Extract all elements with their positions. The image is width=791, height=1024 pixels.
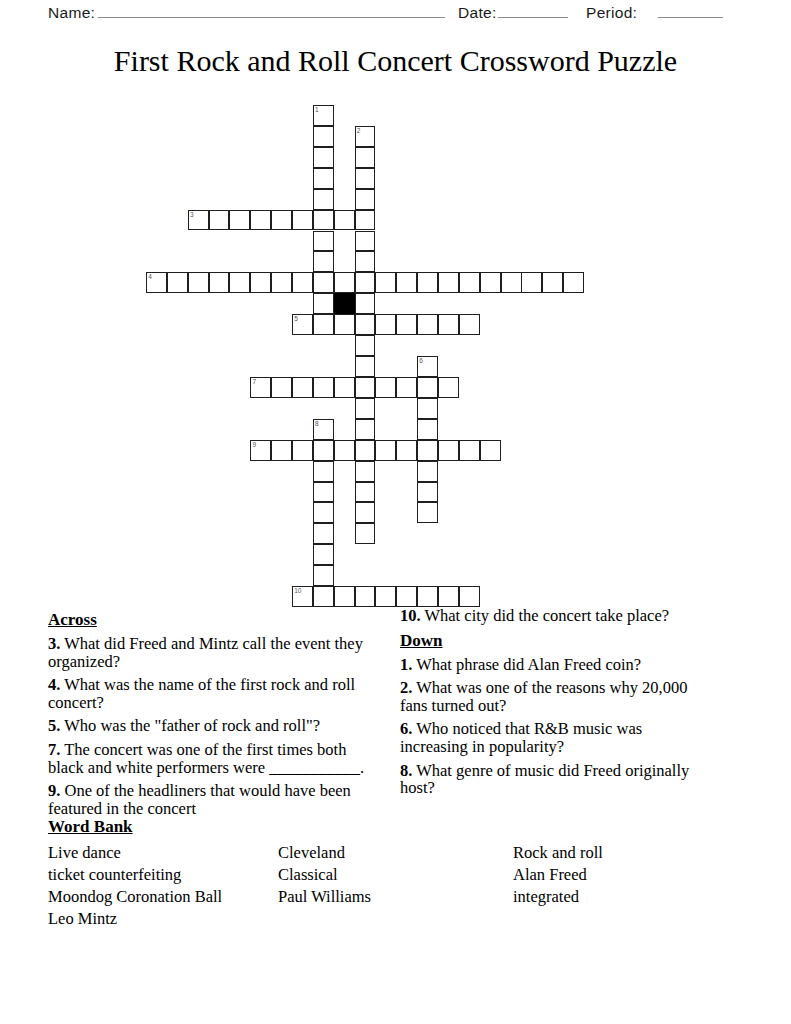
grid-cell-r23c14[interactable]	[438, 586, 459, 607]
clue-9-across: 9. One of the headliners that would have…	[48, 782, 370, 817]
grid-cell-r23c7[interactable]: 10	[292, 586, 313, 607]
grid-cell-r8c6[interactable]	[271, 272, 292, 293]
grid-cell-r1c8[interactable]	[313, 126, 334, 147]
grid-cell-r13c5[interactable]: 7	[250, 377, 271, 398]
word-bank-item: integrated	[513, 886, 603, 908]
grid-cell-r12c10[interactable]	[355, 356, 376, 377]
grid-cell-r16c9[interactable]	[334, 440, 355, 461]
clue-3-across: 3. What did Freed and Mintz call the eve…	[48, 635, 370, 670]
word-bank-item: Classical	[278, 864, 371, 886]
grid-cell-r8c10[interactable]	[355, 272, 376, 293]
grid-cell-r8c18[interactable]	[521, 272, 542, 293]
clue-number-label: 7.	[48, 740, 60, 759]
clue-number-10: 10	[294, 587, 301, 595]
grid-cell-r16c5[interactable]: 9	[250, 440, 271, 461]
grid-cell-r21c8[interactable]	[313, 544, 334, 565]
clue-number-label: 9.	[48, 781, 60, 800]
grid-cell-r10c9[interactable]	[334, 314, 355, 335]
grid-cell-r10c11[interactable]	[375, 314, 396, 335]
grid-cell-r13c13[interactable]	[417, 377, 438, 398]
grid-cell-r14c10[interactable]	[355, 398, 376, 419]
word-bank-item: Alan Freed	[513, 864, 603, 886]
grid-cell-r18c13[interactable]	[417, 482, 438, 503]
grid-cell-r8c1[interactable]	[167, 272, 188, 293]
grid-cell-r8c9[interactable]	[334, 272, 355, 293]
word-bank-item: Leo Mintz	[48, 908, 222, 930]
grid-cell-r16c14[interactable]	[438, 440, 459, 461]
word-bank-item: Rock and roll	[513, 842, 603, 864]
clue-number-3: 3	[190, 211, 194, 219]
grid-cell-r2c10[interactable]	[355, 147, 376, 168]
clue-1-down: 1. What phrase did Alan Freed coin?	[400, 656, 712, 674]
down-heading: Down	[400, 631, 712, 651]
grid-cell-r17c10[interactable]	[355, 461, 376, 482]
date-label: Date:	[458, 4, 497, 22]
grid-cell-r16c15[interactable]	[459, 440, 480, 461]
grid-cell-r16c8[interactable]	[313, 440, 334, 461]
crossword-grid: 12345678910	[146, 105, 586, 609]
grid-cell-r10c12[interactable]	[396, 314, 417, 335]
grid-cell-r16c6[interactable]	[271, 440, 292, 461]
grid-cell-r1c10[interactable]: 2	[355, 126, 376, 147]
clue-number-8: 8	[315, 420, 319, 428]
word-bank-column-2: ClevelandClassicalPaul Williams	[278, 842, 371, 908]
worksheet-page: Name: Date: Period: First Rock and Roll …	[0, 0, 791, 1024]
grid-cell-r5c4[interactable]	[229, 210, 250, 231]
grid-cell-r13c9[interactable]	[334, 377, 355, 398]
grid-cell-r8c12[interactable]	[396, 272, 417, 293]
grid-cell-r8c20[interactable]	[563, 272, 584, 293]
grid-cell-r15c13[interactable]	[417, 419, 438, 440]
down-clue-list: 1. What phrase did Alan Freed coin?2. Wh…	[400, 656, 712, 797]
grid-cell-r23c9[interactable]	[334, 586, 355, 607]
grid-cell-r8c14[interactable]	[438, 272, 459, 293]
word-bank: Word Bank Live danceticket counterfeitin…	[48, 817, 758, 937]
grid-cell-r8c15[interactable]	[459, 272, 480, 293]
across-clue-list: 3. What did Freed and Mintz call the eve…	[48, 635, 370, 817]
grid-cell-r16c7[interactable]	[292, 440, 313, 461]
across-clues-column: Across 3. What did Freed and Mintz call …	[48, 610, 370, 823]
grid-cell-r8c2[interactable]	[188, 272, 209, 293]
grid-cell-r10c14[interactable]	[438, 314, 459, 335]
date-blank[interactable]	[498, 17, 568, 18]
grid-cell-r23c12[interactable]	[396, 586, 417, 607]
grid-cell-r13c14[interactable]	[438, 377, 459, 398]
clue-4-across: 4. What was the name of the first rock a…	[48, 676, 370, 711]
grid-cell-r22c8[interactable]	[313, 565, 334, 586]
clue-number-label: 10.	[400, 606, 421, 625]
grid-cell-r19c13[interactable]	[417, 502, 438, 523]
grid-cell-r8c17[interactable]	[501, 272, 522, 293]
grid-cell-r2c8[interactable]	[313, 147, 334, 168]
clue-number-label: 3.	[48, 634, 60, 653]
grid-cell-r23c13[interactable]	[417, 586, 438, 607]
grid-cell-r9c8[interactable]	[313, 293, 334, 314]
right-clues-column: 10. What city did the concert take place…	[400, 607, 712, 803]
grid-cell-r15c10[interactable]	[355, 419, 376, 440]
clue-8-down: 8. What genre of music did Freed origina…	[400, 762, 712, 797]
clue-number-label: 5.	[48, 716, 60, 735]
grid-cell-r5c6[interactable]	[271, 210, 292, 231]
grid-cell-r10c7[interactable]: 5	[292, 314, 313, 335]
black-cell	[334, 293, 355, 314]
grid-cell-r6c10[interactable]	[355, 231, 376, 252]
grid-cell-r5c10[interactable]	[355, 210, 376, 231]
clue-number-label: 4.	[48, 675, 60, 694]
grid-cell-r8c19[interactable]	[542, 272, 563, 293]
grid-cell-r7c10[interactable]	[355, 251, 376, 272]
clue-10-across: 10. What city did the concert take place…	[400, 607, 712, 625]
across-heading: Across	[48, 610, 370, 630]
grid-cell-r20c8[interactable]	[313, 523, 334, 544]
grid-cell-r9c10[interactable]	[355, 293, 376, 314]
grid-cell-r18c8[interactable]	[313, 482, 334, 503]
clue-number-label: 1.	[400, 655, 412, 674]
grid-cell-r8c0[interactable]: 4	[146, 272, 167, 293]
grid-cell-r8c7[interactable]	[292, 272, 313, 293]
grid-cell-r13c7[interactable]	[292, 377, 313, 398]
grid-cell-r12c13[interactable]: 6	[417, 356, 438, 377]
grid-cell-r15c8[interactable]: 8	[313, 419, 334, 440]
grid-cell-r13c10[interactable]	[355, 377, 376, 398]
grid-cell-r23c10[interactable]	[355, 586, 376, 607]
grid-cell-r10c13[interactable]	[417, 314, 438, 335]
word-bank-item: Cleveland	[278, 842, 371, 864]
grid-cell-r5c5[interactable]	[250, 210, 271, 231]
grid-cell-r8c13[interactable]	[417, 272, 438, 293]
grid-cell-r23c11[interactable]	[375, 586, 396, 607]
clue-number-4: 4	[148, 273, 152, 281]
name-blank[interactable]	[98, 17, 445, 18]
grid-cell-r16c11[interactable]	[375, 440, 396, 461]
grid-cell-r5c2[interactable]: 3	[188, 210, 209, 231]
grid-cell-r7c8[interactable]	[313, 251, 334, 272]
grid-cell-r3c10[interactable]	[355, 168, 376, 189]
grid-cell-r4c8[interactable]	[313, 189, 334, 210]
grid-cell-r16c16[interactable]	[480, 440, 501, 461]
period-label: Period:	[586, 4, 637, 22]
grid-cell-r16c12[interactable]	[396, 440, 417, 461]
clue-number-label: 2.	[400, 678, 412, 697]
grid-cell-r13c8[interactable]	[313, 377, 334, 398]
grid-cell-r13c6[interactable]	[271, 377, 292, 398]
word-bank-item: ticket counterfeiting	[48, 864, 222, 886]
grid-cell-r5c3[interactable]	[209, 210, 230, 231]
word-bank-item: Paul Williams	[278, 886, 371, 908]
period-blank[interactable]	[658, 17, 723, 18]
clue-number-label: 6.	[400, 719, 412, 738]
clue-number-6: 6	[419, 357, 423, 365]
grid-cell-r16c10[interactable]	[355, 440, 376, 461]
grid-cell-r8c3[interactable]	[209, 272, 230, 293]
clue-number-7: 7	[252, 378, 256, 386]
grid-cell-r11c10[interactable]	[355, 335, 376, 356]
clue-5-across: 5. Who was the "father of rock and roll"…	[48, 717, 370, 735]
grid-cell-r6c8[interactable]	[313, 231, 334, 252]
word-bank-heading: Word Bank	[48, 817, 758, 837]
grid-cell-r10c10[interactable]	[355, 314, 376, 335]
word-bank-item: Live dance	[48, 842, 222, 864]
across-overflow-clue-list: 10. What city did the concert take place…	[400, 607, 712, 625]
word-bank-column-3: Rock and rollAlan Freedintegrated	[513, 842, 603, 908]
grid-cell-r23c15[interactable]	[459, 586, 480, 607]
name-label: Name:	[48, 4, 95, 22]
grid-cell-r4c10[interactable]	[355, 189, 376, 210]
clue-number-2: 2	[357, 127, 361, 135]
grid-cell-r10c8[interactable]	[313, 314, 334, 335]
grid-cell-r13c12[interactable]	[396, 377, 417, 398]
grid-cell-r8c8[interactable]	[313, 272, 334, 293]
clue-7-across: 7. The concert was one of the first time…	[48, 741, 370, 776]
grid-cell-r17c13[interactable]	[417, 461, 438, 482]
word-bank-item: Moondog Coronation Ball	[48, 886, 222, 908]
grid-cell-r8c4[interactable]	[229, 272, 250, 293]
clue-2-down: 2. What was one of the reasons why 20,00…	[400, 679, 712, 714]
grid-cell-r5c8[interactable]	[313, 210, 334, 231]
grid-cell-r10c15[interactable]	[459, 314, 480, 335]
grid-cell-r8c5[interactable]	[250, 272, 271, 293]
clue-number-1: 1	[315, 106, 319, 114]
grid-cell-r17c8[interactable]	[313, 461, 334, 482]
grid-cell-r19c8[interactable]	[313, 502, 334, 523]
grid-cell-r5c9[interactable]	[334, 210, 355, 231]
grid-cell-r0c8[interactable]: 1	[313, 105, 334, 126]
clue-number-label: 8.	[400, 761, 412, 780]
grid-cell-r13c11[interactable]	[375, 377, 396, 398]
clue-number-9: 9	[252, 441, 256, 449]
grid-cell-r8c16[interactable]	[480, 272, 501, 293]
grid-cell-r18c10[interactable]	[355, 482, 376, 503]
grid-cell-r23c8[interactable]	[313, 586, 334, 607]
word-bank-column-1: Live danceticket counterfeitingMoondog C…	[48, 842, 222, 930]
grid-cell-r14c13[interactable]	[417, 398, 438, 419]
grid-cell-r8c11[interactable]	[375, 272, 396, 293]
clue-6-down: 6. Who noticed that R&B music was increa…	[400, 720, 712, 755]
page-title: First Rock and Roll Concert Crossword Pu…	[0, 44, 791, 78]
clue-number-5: 5	[294, 315, 298, 323]
grid-cell-r19c10[interactable]	[355, 502, 376, 523]
grid-cell-r5c7[interactable]	[292, 210, 313, 231]
grid-cell-r3c8[interactable]	[313, 168, 334, 189]
grid-cell-r20c10[interactable]	[355, 523, 376, 544]
grid-cell-r16c13[interactable]	[417, 440, 438, 461]
